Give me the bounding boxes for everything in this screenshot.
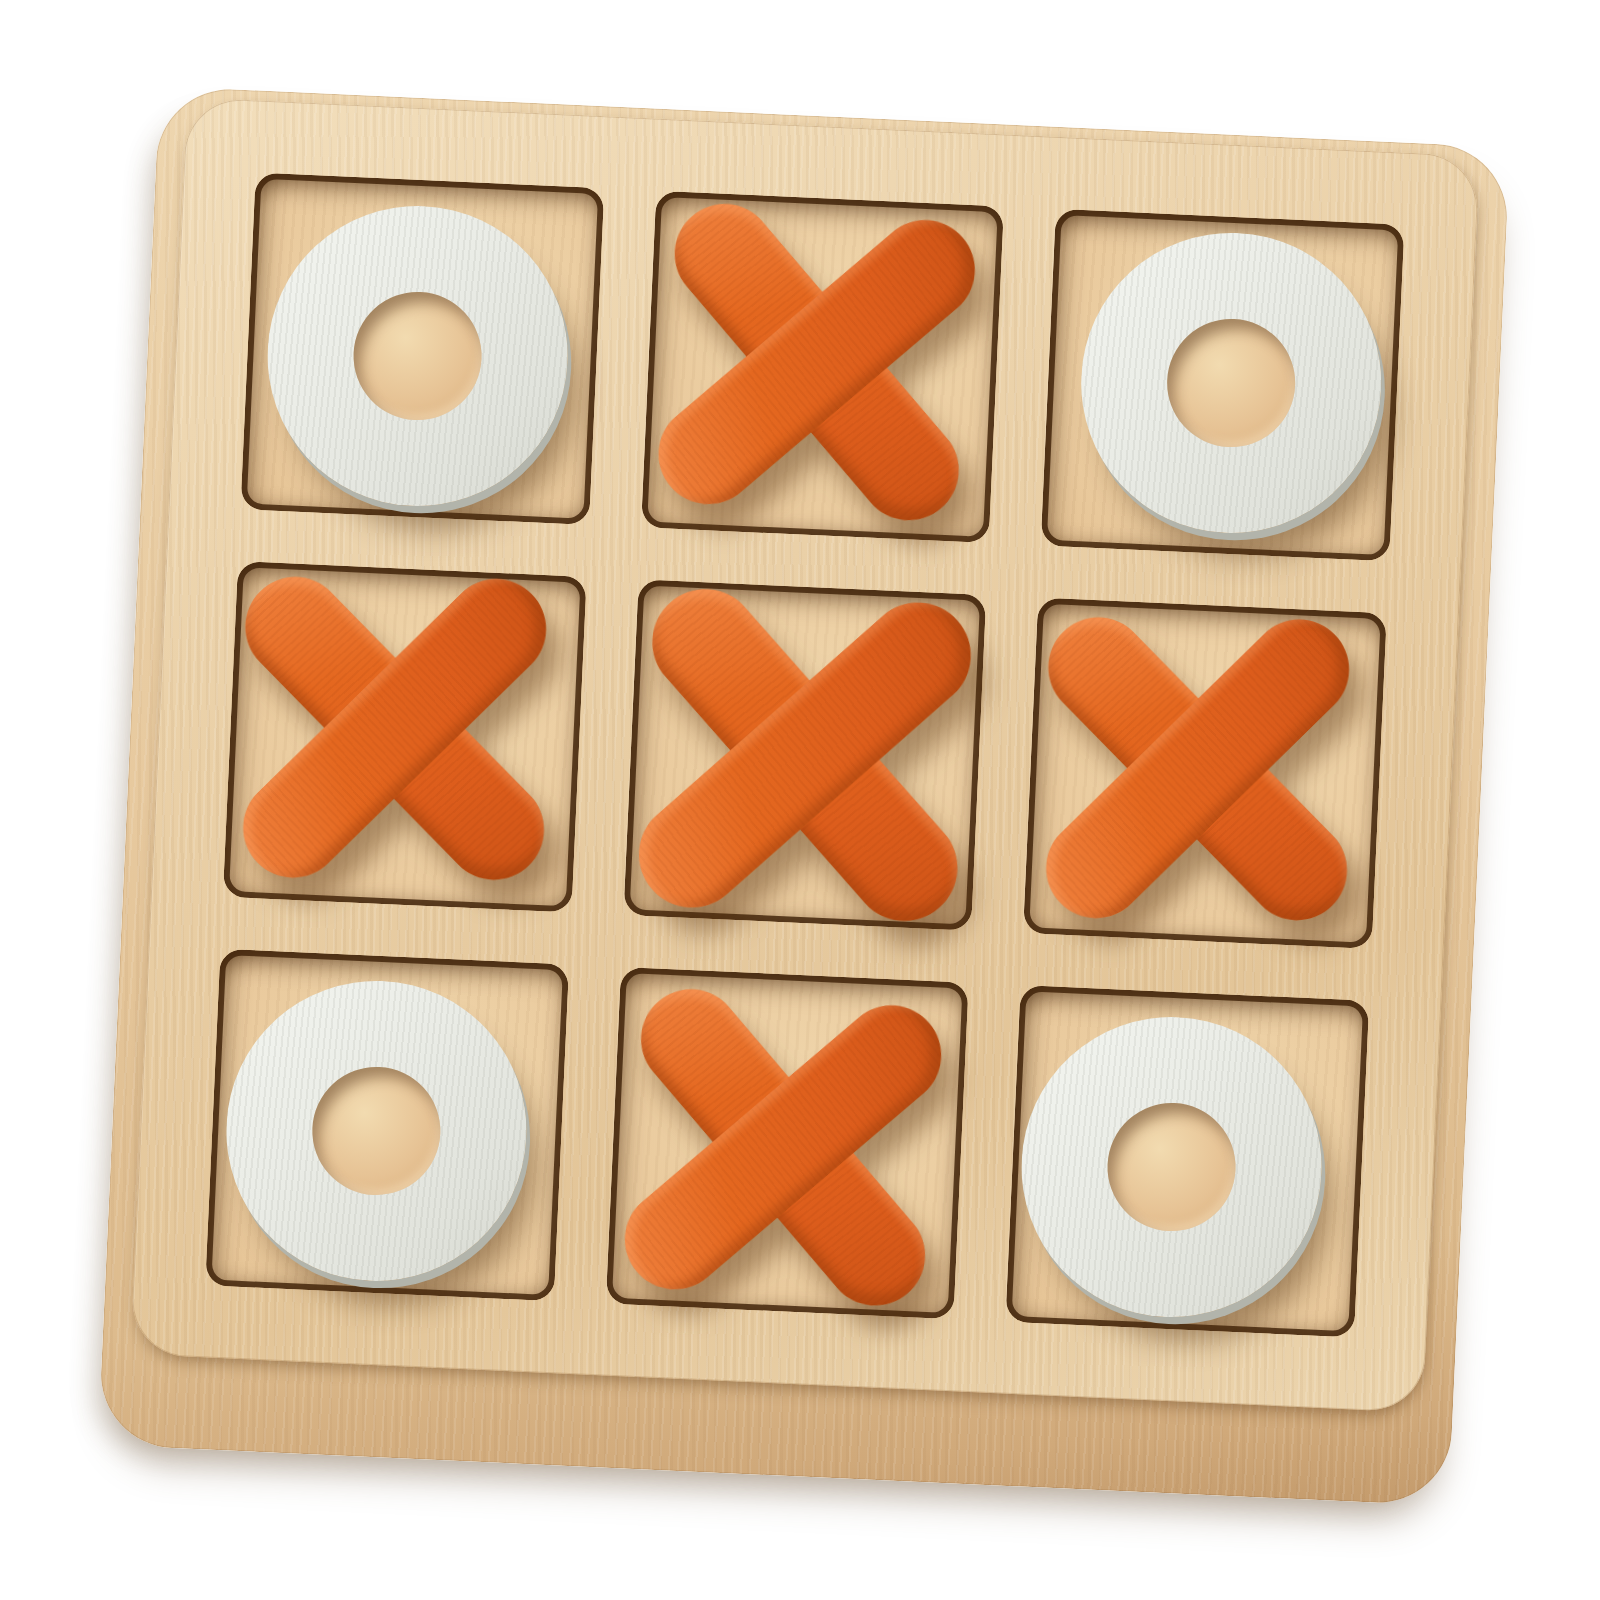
cell-r3c3[interactable] [1006,985,1370,1337]
o-ring-piece[interactable] [261,200,574,513]
cell-r2c1[interactable] [223,561,587,913]
cell-r1c1[interactable] [240,172,604,524]
o-ring-piece[interactable] [1015,1010,1328,1323]
cell-r3c1[interactable] [205,949,569,1301]
cell-r1c3[interactable] [1041,209,1405,561]
cell-r3c2[interactable] [605,967,969,1319]
x-piece[interactable] [223,559,566,899]
x-piece[interactable] [600,966,966,1328]
photo-background [0,0,1600,1600]
x-piece[interactable] [614,566,996,944]
o-ring-hole [1104,1100,1238,1234]
cell-r1c2[interactable] [641,191,1005,543]
x-piece[interactable] [1026,599,1369,939]
cell-r2c3[interactable] [1023,597,1387,949]
o-ring-piece[interactable] [1074,227,1387,540]
board-grid-frame [130,97,1480,1412]
cell-r2c2[interactable] [623,579,987,931]
o-ring-hole [351,290,485,424]
ttt-grid [130,97,1480,1412]
x-piece[interactable] [634,181,1000,543]
o-ring-piece[interactable] [220,974,533,1287]
tic-tac-toe-board [98,86,1510,1506]
o-ring-hole [1164,316,1298,450]
o-ring-hole [310,1064,444,1198]
